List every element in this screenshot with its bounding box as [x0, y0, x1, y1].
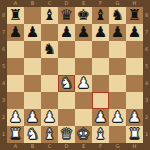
rank-label-left-1: 1: [0, 126, 7, 143]
square-f5[interactable]: [92, 58, 109, 75]
square-e8[interactable]: ♚: [75, 7, 92, 24]
file-label-top-d: D: [58, 1, 75, 6]
black-rook[interactable]: ♜: [128, 7, 141, 24]
white-pawn[interactable]: ♟: [26, 109, 39, 126]
square-b3[interactable]: [24, 92, 41, 109]
square-b1[interactable]: ♞: [24, 126, 41, 143]
rank-label-right-8: 8: [143, 7, 150, 24]
square-e7[interactable]: ♟: [75, 24, 92, 41]
file-label-bottom-c: C: [41, 144, 58, 149]
square-b2[interactable]: ♟: [24, 109, 41, 126]
black-pawn[interactable]: ♟: [94, 24, 107, 41]
square-d5[interactable]: [58, 58, 75, 75]
white-queen[interactable]: ♛: [60, 126, 73, 143]
square-g1[interactable]: [109, 126, 126, 143]
black-bishop[interactable]: ♝: [94, 7, 107, 24]
square-g3[interactable]: [109, 92, 126, 109]
square-c5[interactable]: [41, 58, 58, 75]
square-h6[interactable]: [126, 41, 143, 58]
square-e3[interactable]: [75, 92, 92, 109]
square-g5[interactable]: [109, 58, 126, 75]
black-pawn[interactable]: ♟: [77, 24, 90, 41]
chess-board-frame: ♜♝♛♚♝♞♜♟♟♟♟♟♟♟♞♞♟♟♟♟♟♟♟♜♞♝♛♚♝♜ AABBCCDDE…: [0, 0, 150, 150]
black-queen[interactable]: ♛: [60, 7, 73, 24]
rank-label-right-2: 2: [143, 109, 150, 126]
square-e6[interactable]: [75, 41, 92, 58]
square-b5[interactable]: [24, 58, 41, 75]
black-knight[interactable]: ♞: [111, 7, 124, 24]
square-a6[interactable]: [7, 41, 24, 58]
rank-label-right-1: 1: [143, 126, 150, 143]
white-bishop[interactable]: ♝: [94, 126, 107, 143]
square-a4[interactable]: [7, 75, 24, 92]
square-e2[interactable]: [75, 109, 92, 126]
square-a7[interactable]: ♟: [7, 24, 24, 41]
black-rook[interactable]: ♜: [9, 7, 22, 24]
black-bishop[interactable]: ♝: [43, 7, 56, 24]
square-f8[interactable]: ♝: [92, 7, 109, 24]
square-g4[interactable]: [109, 75, 126, 92]
file-label-bottom-f: F: [92, 144, 109, 149]
rank-label-left-5: 5: [0, 58, 7, 75]
file-label-bottom-b: B: [24, 144, 41, 149]
square-g7[interactable]: ♟: [109, 24, 126, 41]
file-label-top-a: A: [7, 1, 24, 6]
file-label-top-h: H: [126, 1, 143, 6]
rank-label-left-8: 8: [0, 7, 7, 24]
rank-label-left-4: 4: [0, 75, 7, 92]
rank-label-right-5: 5: [143, 58, 150, 75]
rank-label-left-3: 3: [0, 92, 7, 109]
square-h2[interactable]: ♟: [126, 109, 143, 126]
square-f2[interactable]: ♟: [92, 109, 109, 126]
white-rook[interactable]: ♜: [128, 126, 141, 143]
square-b8[interactable]: [24, 7, 41, 24]
square-d2[interactable]: [58, 109, 75, 126]
file-label-top-f: F: [92, 1, 109, 6]
square-h8[interactable]: ♜: [126, 7, 143, 24]
file-label-bottom-h: H: [126, 144, 143, 149]
file-label-top-g: G: [109, 1, 126, 6]
white-pawn[interactable]: ♟: [128, 109, 141, 126]
square-f7[interactable]: ♟: [92, 24, 109, 41]
file-label-bottom-a: A: [7, 144, 24, 149]
white-bishop[interactable]: ♝: [43, 126, 56, 143]
square-f1[interactable]: ♝: [92, 126, 109, 143]
black-pawn[interactable]: ♟: [111, 24, 124, 41]
white-pawn[interactable]: ♟: [111, 109, 124, 126]
file-label-top-c: C: [41, 1, 58, 6]
square-d7[interactable]: ♟: [58, 24, 75, 41]
rank-label-right-3: 3: [143, 92, 150, 109]
square-c1[interactable]: ♝: [41, 126, 58, 143]
square-c3[interactable]: [41, 92, 58, 109]
square-g8[interactable]: ♞: [109, 7, 126, 24]
square-d3[interactable]: [58, 92, 75, 109]
black-king[interactable]: ♚: [77, 7, 90, 24]
file-label-top-b: B: [24, 1, 41, 6]
black-pawn[interactable]: ♟: [60, 24, 73, 41]
square-d4[interactable]: ♞: [58, 75, 75, 92]
black-pawn[interactable]: ♟: [128, 24, 141, 41]
rank-label-right-4: 4: [143, 75, 150, 92]
square-h1[interactable]: ♜: [126, 126, 143, 143]
white-king[interactable]: ♚: [77, 126, 90, 143]
square-b6[interactable]: [24, 41, 41, 58]
file-label-top-e: E: [75, 1, 92, 6]
square-a3[interactable]: [7, 92, 24, 109]
rank-label-left-2: 2: [0, 109, 7, 126]
black-pawn[interactable]: ♟: [26, 24, 39, 41]
square-c2[interactable]: ♟: [41, 109, 58, 126]
square-g6[interactable]: [109, 41, 126, 58]
rank-label-right-7: 7: [143, 24, 150, 41]
square-h3[interactable]: [126, 92, 143, 109]
square-a2[interactable]: ♟: [7, 109, 24, 126]
square-d1[interactable]: ♛: [58, 126, 75, 143]
square-f6[interactable]: [92, 41, 109, 58]
file-label-bottom-d: D: [58, 144, 75, 149]
rank-label-right-6: 6: [143, 41, 150, 58]
rank-label-left-7: 7: [0, 24, 7, 41]
rank-label-left-6: 6: [0, 41, 7, 58]
square-b4[interactable]: [24, 75, 41, 92]
chess-board: ♜♝♛♚♝♞♜♟♟♟♟♟♟♟♞♞♟♟♟♟♟♟♟♜♞♝♛♚♝♜: [7, 7, 143, 143]
square-f4[interactable]: [92, 75, 109, 92]
square-c8[interactable]: ♝: [41, 7, 58, 24]
white-pawn[interactable]: ♟: [43, 109, 56, 126]
square-f3[interactable]: [92, 92, 109, 109]
square-b7[interactable]: ♟: [24, 24, 41, 41]
square-e1[interactable]: ♚: [75, 126, 92, 143]
white-knight[interactable]: ♞: [60, 75, 73, 92]
square-e5[interactable]: [75, 58, 92, 75]
white-pawn[interactable]: ♟: [9, 109, 22, 126]
square-a1[interactable]: ♜: [7, 126, 24, 143]
white-pawn[interactable]: ♟: [94, 109, 107, 126]
square-d6[interactable]: [58, 41, 75, 58]
square-c6[interactable]: ♞: [41, 41, 58, 58]
square-g2[interactable]: ♟: [109, 109, 126, 126]
square-h5[interactable]: [126, 58, 143, 75]
square-e4[interactable]: ♟: [75, 75, 92, 92]
white-knight[interactable]: ♞: [26, 126, 39, 143]
black-pawn[interactable]: ♟: [9, 24, 22, 41]
white-pawn[interactable]: ♟: [77, 75, 90, 92]
square-c4[interactable]: [41, 75, 58, 92]
square-c7[interactable]: [41, 24, 58, 41]
square-h7[interactable]: ♟: [126, 24, 143, 41]
file-label-bottom-e: E: [75, 144, 92, 149]
square-h4[interactable]: [126, 75, 143, 92]
file-label-bottom-g: G: [109, 144, 126, 149]
white-rook[interactable]: ♜: [9, 126, 22, 143]
black-knight[interactable]: ♞: [43, 41, 56, 58]
square-a5[interactable]: [7, 58, 24, 75]
square-a8[interactable]: ♜: [7, 7, 24, 24]
square-d8[interactable]: ♛: [58, 7, 75, 24]
